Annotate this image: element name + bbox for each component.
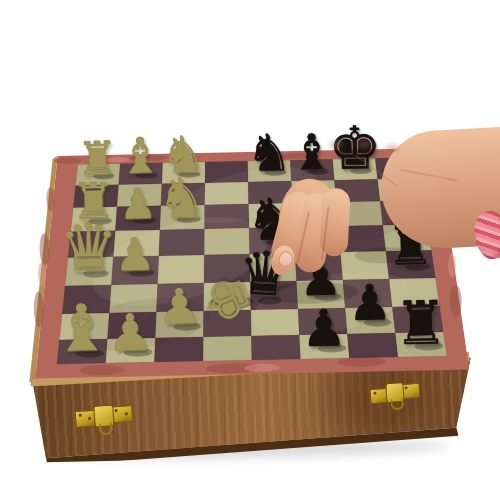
square-b7 <box>117 184 163 207</box>
square-h2 <box>392 306 443 333</box>
latch-screw <box>88 417 91 420</box>
brass-latch-right <box>369 380 420 410</box>
chess-set-photo: ♜♝♞♜♟♞♛♟♟♝♟♚♞♝♚♞♜♟♟♟♜♛ <box>0 0 500 500</box>
square-d1 <box>203 336 252 361</box>
latch-screw <box>373 392 376 395</box>
square-g1 <box>347 333 398 358</box>
square-a7 <box>73 185 119 208</box>
square-e1 <box>251 335 300 360</box>
latch-screw <box>79 414 82 417</box>
photo-content: ♜♝♞♜♟♞♛♟♟♝♟♚♞♝♚♞♜♟♟♟♜♛ <box>0 0 500 500</box>
latch-screw <box>125 412 128 415</box>
latch-screw <box>114 409 117 412</box>
square-a5 <box>67 231 115 258</box>
latch-screw <box>405 386 408 389</box>
brass-latch-left <box>74 401 132 435</box>
